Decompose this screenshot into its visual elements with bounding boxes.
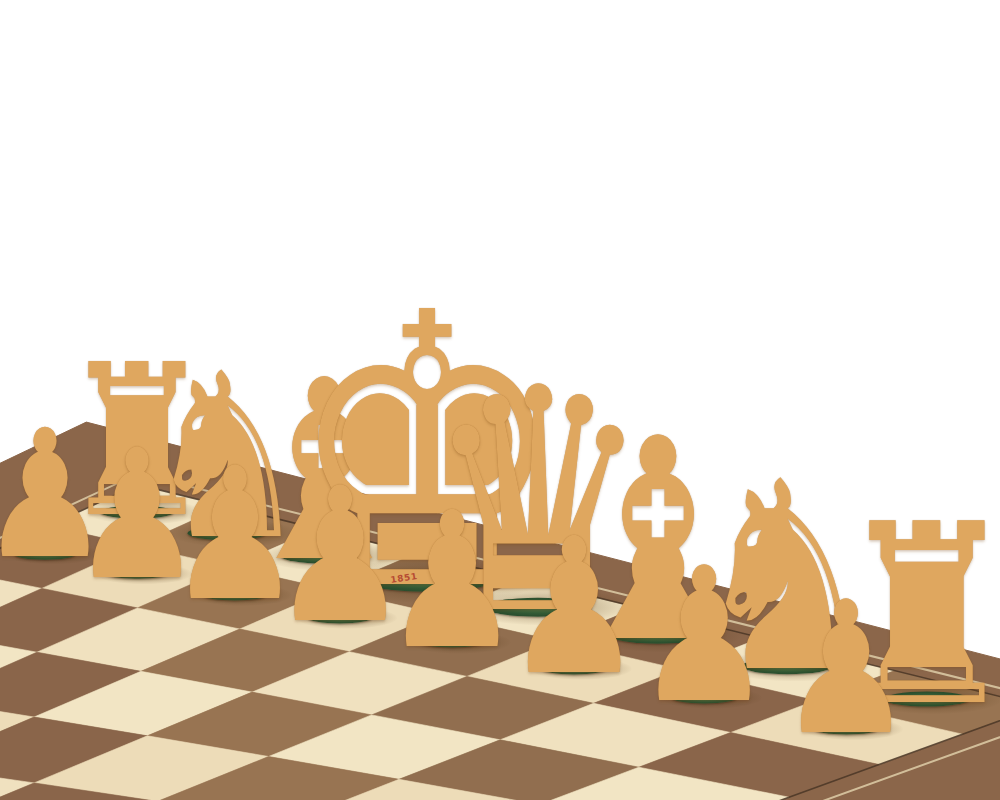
chess-photo-scene: ♜♞♟♝♟♚♟♛♟♝♟♞♟♟♜♟ 1851 bbox=[0, 0, 1000, 800]
white-pawn[interactable]: ♟ bbox=[764, 577, 928, 760]
white-pawn[interactable]: ♟ bbox=[621, 543, 788, 729]
white-pawn-glyph: ♟ bbox=[779, 577, 914, 760]
white-pawn-glyph: ♟ bbox=[636, 543, 773, 729]
